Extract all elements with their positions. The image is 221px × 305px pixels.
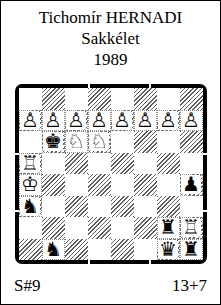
square-h7: ♙: [180, 110, 203, 132]
white-pawn-icon: ♙: [112, 111, 132, 130]
square-a3: ♞: [19, 196, 42, 218]
square-b7: ♙: [42, 110, 65, 132]
square-a5: ♖: [19, 153, 42, 175]
white-pawn-icon: ♙: [89, 111, 109, 130]
frame-gap: [203, 153, 207, 155]
square-h2: ♖: [180, 217, 203, 239]
square-b8: [42, 88, 65, 110]
square-e4: [111, 174, 134, 196]
square-c6: ♘: [65, 131, 88, 153]
square-b2: [42, 217, 65, 239]
black-pawn-icon: ♟: [181, 175, 201, 194]
square-f1: [134, 239, 157, 261]
white-knight-icon: ♘: [66, 132, 86, 151]
problem-footer: S#9 13+7: [1, 275, 220, 296]
frame-gap: [203, 210, 207, 212]
square-f7: ♙: [134, 110, 157, 132]
black-rook-icon: ♜: [158, 218, 178, 237]
square-g2: ♜: [157, 217, 180, 239]
square-d3: [88, 196, 111, 218]
frame-gap: [15, 210, 19, 212]
composer-name: Tichomír HERNADI: [1, 7, 220, 28]
chess-problem-card: Tichomír HERNADI Sakkélet 1989 ♙♙♙♙♙♙♙♙♚…: [0, 0, 221, 305]
square-g4: [157, 174, 180, 196]
square-c5: [65, 153, 88, 175]
square-b6: ♚: [42, 131, 65, 153]
chess-board: ♙♙♙♙♙♙♙♙♚♘♘♖♔♟♞♜♖♞♛♜: [15, 84, 207, 264]
black-queen-icon: ♛: [158, 240, 178, 259]
square-a2: [19, 217, 42, 239]
white-pawn-icon: ♙: [66, 111, 86, 130]
square-e3: [111, 196, 134, 218]
square-d2: [88, 217, 111, 239]
black-knight-icon: ♞: [20, 197, 40, 216]
square-f3: [134, 196, 157, 218]
frame-gap: [88, 84, 90, 88]
white-pawn-icon: ♙: [43, 111, 63, 130]
frame-gap: [149, 84, 151, 88]
square-a4: ♔: [19, 174, 42, 196]
square-e7: ♙: [111, 110, 134, 132]
square-a6: [19, 131, 42, 153]
square-e5: [111, 153, 134, 175]
square-d5: [88, 153, 111, 175]
square-d8: [88, 88, 111, 110]
square-a8: [19, 88, 42, 110]
square-b3: [42, 196, 65, 218]
square-d4: [88, 174, 111, 196]
square-c1: [65, 239, 88, 261]
square-g3: [157, 196, 180, 218]
square-h4: ♟: [180, 174, 203, 196]
square-g7: ♙: [157, 110, 180, 132]
frame-gap: [15, 153, 19, 155]
square-b4: [42, 174, 65, 196]
square-h1: ♜: [180, 239, 203, 261]
black-rook-icon: ♜: [181, 240, 201, 259]
white-king-icon: ♔: [20, 175, 40, 194]
problem-header: Tichomír HERNADI Sakkélet 1989: [1, 1, 220, 70]
frame-gap: [149, 260, 151, 264]
square-b1: ♞: [42, 239, 65, 261]
source-name: Sakkélet: [1, 28, 220, 49]
publication-year: 1989: [1, 49, 220, 70]
white-rook-icon: ♖: [20, 154, 40, 173]
square-h3: [180, 196, 203, 218]
white-pawn-icon: ♙: [158, 111, 178, 130]
square-c2: [65, 217, 88, 239]
square-b5: [42, 153, 65, 175]
square-a1: [19, 239, 42, 261]
square-h5: [180, 153, 203, 175]
square-g6: [157, 131, 180, 153]
white-pawn-icon: ♙: [135, 111, 155, 130]
black-knight-icon: ♞: [43, 240, 63, 259]
square-e6: [111, 131, 134, 153]
square-g8: [157, 88, 180, 110]
square-f5: [134, 153, 157, 175]
white-pawn-icon: ♙: [181, 111, 201, 130]
square-f4: [134, 174, 157, 196]
square-c8: [65, 88, 88, 110]
square-g5: [157, 153, 180, 175]
piece-count-label: 13+7: [172, 275, 207, 296]
square-f8: [134, 88, 157, 110]
square-h6: [180, 131, 203, 153]
square-c7: ♙: [65, 110, 88, 132]
square-e1: [111, 239, 134, 261]
square-c4: [65, 174, 88, 196]
square-e8: [111, 88, 134, 110]
square-d7: ♙: [88, 110, 111, 132]
square-f2: [134, 217, 157, 239]
black-king-icon: ♚: [43, 132, 63, 151]
square-g1: ♛: [157, 239, 180, 261]
square-e2: [111, 217, 134, 239]
white-rook-icon: ♖: [181, 218, 201, 237]
square-d1: [88, 239, 111, 261]
square-c3: [65, 196, 88, 218]
square-f6: [134, 131, 157, 153]
stipulation-label: S#9: [14, 275, 40, 296]
white-pawn-icon: ♙: [20, 111, 40, 130]
square-d6: ♘: [88, 131, 111, 153]
square-a7: ♙: [19, 110, 42, 132]
frame-gap: [88, 260, 90, 264]
square-h8: [180, 88, 203, 110]
white-knight-icon: ♘: [89, 132, 109, 151]
